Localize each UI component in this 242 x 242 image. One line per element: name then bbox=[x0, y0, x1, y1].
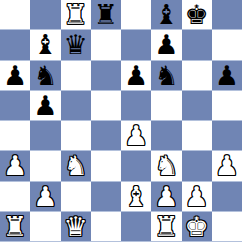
white-knight-c3: ♞ bbox=[64, 151, 88, 181]
square-h4[interactable] bbox=[212, 121, 242, 151]
square-f2[interactable]: ♟ bbox=[151, 182, 181, 212]
square-g6[interactable] bbox=[182, 61, 212, 91]
square-c4[interactable] bbox=[61, 121, 91, 151]
square-e2[interactable]: ♝ bbox=[121, 182, 151, 212]
square-b3[interactable] bbox=[30, 151, 60, 181]
black-pawn-a6: ♟ bbox=[3, 61, 27, 91]
square-h6[interactable]: ♟ bbox=[212, 61, 242, 91]
white-pawn-e4: ♟ bbox=[124, 121, 148, 151]
square-c5[interactable] bbox=[61, 91, 91, 121]
square-h7[interactable] bbox=[212, 30, 242, 60]
square-g7[interactable] bbox=[182, 30, 212, 60]
chess-board-container: ♜♜♝♚♝♛♟♟♞♟♞♟♟♟♟♞♞♟♟♝♟♟♜♛♜♚ bbox=[0, 0, 242, 242]
black-bishop-f8: ♝ bbox=[154, 0, 178, 30]
square-a1[interactable]: ♜ bbox=[0, 212, 30, 242]
square-f8[interactable]: ♝ bbox=[151, 0, 181, 30]
square-g4[interactable] bbox=[182, 121, 212, 151]
square-d1[interactable] bbox=[91, 212, 121, 242]
white-queen-c1: ♛ bbox=[64, 212, 88, 242]
square-c7[interactable]: ♛ bbox=[61, 30, 91, 60]
square-f7[interactable]: ♟ bbox=[151, 30, 181, 60]
square-f1[interactable]: ♜ bbox=[151, 212, 181, 242]
square-b1[interactable] bbox=[30, 212, 60, 242]
black-pawn-f7: ♟ bbox=[154, 30, 178, 60]
square-a7[interactable] bbox=[0, 30, 30, 60]
square-b7[interactable]: ♝ bbox=[30, 30, 60, 60]
white-pawn-g2: ♟ bbox=[185, 182, 209, 212]
white-pawn-h3: ♟ bbox=[215, 151, 239, 181]
square-a2[interactable] bbox=[0, 182, 30, 212]
square-a5[interactable] bbox=[0, 91, 30, 121]
square-e6[interactable]: ♟ bbox=[121, 61, 151, 91]
black-pawn-h6: ♟ bbox=[215, 61, 239, 91]
square-a4[interactable] bbox=[0, 121, 30, 151]
square-e8[interactable] bbox=[121, 0, 151, 30]
square-e4[interactable]: ♟ bbox=[121, 121, 151, 151]
white-bishop-e2: ♝ bbox=[124, 182, 148, 212]
white-king-g1: ♚ bbox=[185, 212, 209, 242]
black-pawn-e6: ♟ bbox=[124, 61, 148, 91]
square-c1[interactable]: ♛ bbox=[61, 212, 91, 242]
white-pawn-a3: ♟ bbox=[3, 151, 27, 181]
chess-board: ♜♜♝♚♝♛♟♟♞♟♞♟♟♟♟♞♞♟♟♝♟♟♜♛♜♚ bbox=[0, 0, 242, 242]
black-pawn-b5: ♟ bbox=[33, 91, 57, 121]
square-b8[interactable] bbox=[30, 0, 60, 30]
square-d2[interactable] bbox=[91, 182, 121, 212]
square-c6[interactable] bbox=[61, 61, 91, 91]
black-queen-c7: ♛ bbox=[64, 30, 88, 60]
white-pawn-b2: ♟ bbox=[33, 182, 57, 212]
black-knight-f6: ♞ bbox=[154, 61, 178, 91]
square-d7[interactable] bbox=[91, 30, 121, 60]
square-h2[interactable] bbox=[212, 182, 242, 212]
square-c8[interactable]: ♜ bbox=[61, 0, 91, 30]
square-d4[interactable] bbox=[91, 121, 121, 151]
square-d6[interactable] bbox=[91, 61, 121, 91]
square-e7[interactable] bbox=[121, 30, 151, 60]
square-f3[interactable]: ♞ bbox=[151, 151, 181, 181]
square-f6[interactable]: ♞ bbox=[151, 61, 181, 91]
square-h5[interactable] bbox=[212, 91, 242, 121]
square-c3[interactable]: ♞ bbox=[61, 151, 91, 181]
square-h3[interactable]: ♟ bbox=[212, 151, 242, 181]
square-h8[interactable] bbox=[212, 0, 242, 30]
square-b6[interactable]: ♞ bbox=[30, 61, 60, 91]
black-bishop-b7: ♝ bbox=[33, 30, 57, 60]
square-d3[interactable] bbox=[91, 151, 121, 181]
square-e3[interactable] bbox=[121, 151, 151, 181]
white-pawn-f2: ♟ bbox=[154, 182, 178, 212]
square-g5[interactable] bbox=[182, 91, 212, 121]
black-rook-d8: ♜ bbox=[94, 0, 118, 30]
square-g8[interactable]: ♚ bbox=[182, 0, 212, 30]
square-h1[interactable] bbox=[212, 212, 242, 242]
square-d5[interactable] bbox=[91, 91, 121, 121]
square-g2[interactable]: ♟ bbox=[182, 182, 212, 212]
square-b5[interactable]: ♟ bbox=[30, 91, 60, 121]
white-knight-f3: ♞ bbox=[154, 151, 178, 181]
white-rook-c8: ♜ bbox=[64, 0, 88, 30]
square-f4[interactable] bbox=[151, 121, 181, 151]
square-c2[interactable] bbox=[61, 182, 91, 212]
white-rook-f1: ♜ bbox=[154, 212, 178, 242]
square-a8[interactable] bbox=[0, 0, 30, 30]
square-g3[interactable] bbox=[182, 151, 212, 181]
square-b4[interactable] bbox=[30, 121, 60, 151]
square-b2[interactable]: ♟ bbox=[30, 182, 60, 212]
black-king-g8: ♚ bbox=[185, 0, 209, 30]
square-g1[interactable]: ♚ bbox=[182, 212, 212, 242]
white-rook-a1: ♜ bbox=[3, 212, 27, 242]
square-f5[interactable] bbox=[151, 91, 181, 121]
black-knight-b6: ♞ bbox=[33, 61, 57, 91]
square-d8[interactable]: ♜ bbox=[91, 0, 121, 30]
square-e5[interactable] bbox=[121, 91, 151, 121]
square-a3[interactable]: ♟ bbox=[0, 151, 30, 181]
square-e1[interactable] bbox=[121, 212, 151, 242]
square-a6[interactable]: ♟ bbox=[0, 61, 30, 91]
